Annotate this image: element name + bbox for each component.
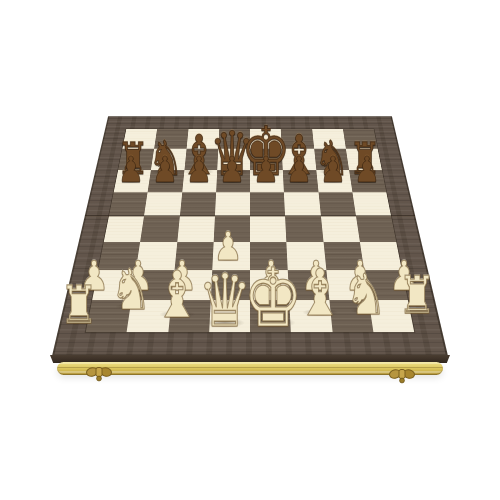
square-d4 xyxy=(213,216,250,242)
square-a5 xyxy=(109,192,148,216)
square-d2 xyxy=(211,270,250,300)
chess-board xyxy=(52,116,448,356)
square-e2 xyxy=(250,270,289,300)
square-f5 xyxy=(284,192,320,216)
square-a2 xyxy=(92,270,136,300)
square-f4 xyxy=(285,216,323,242)
square-b8 xyxy=(154,129,188,149)
square-h4 xyxy=(356,216,396,242)
fold-seam xyxy=(85,215,416,217)
square-c8 xyxy=(186,129,219,149)
square-c4 xyxy=(177,216,215,242)
square-g6 xyxy=(316,170,352,192)
chess-set-photo: ♜♞♝♛♚♝♞♜♟♟♟♟♟♟♟♟♟♟♟♟♟♟♟♟♜♞♝♛♚♝♞♜ xyxy=(0,0,500,500)
square-c1 xyxy=(168,300,211,332)
square-c7 xyxy=(184,149,218,170)
square-f7 xyxy=(282,149,316,170)
square-d3 xyxy=(212,242,250,270)
squares-grid xyxy=(85,129,416,333)
square-e8 xyxy=(250,129,282,149)
square-a4 xyxy=(104,216,144,242)
square-b6 xyxy=(148,170,184,192)
square-f8 xyxy=(281,129,314,149)
box-edge-strip xyxy=(57,362,443,375)
square-f2 xyxy=(288,270,329,300)
square-h8 xyxy=(343,129,378,149)
square-a6 xyxy=(114,170,151,192)
square-d8 xyxy=(218,129,250,149)
square-h3 xyxy=(360,242,402,270)
square-h7 xyxy=(346,149,382,170)
square-d7 xyxy=(217,149,250,170)
square-g3 xyxy=(323,242,364,270)
square-c6 xyxy=(182,170,217,192)
square-b1 xyxy=(127,300,171,332)
square-h2 xyxy=(364,270,408,300)
square-c3 xyxy=(174,242,213,270)
square-h6 xyxy=(349,170,386,192)
square-c2 xyxy=(171,270,212,300)
square-f3 xyxy=(287,242,326,270)
square-e7 xyxy=(250,149,283,170)
square-b3 xyxy=(136,242,177,270)
square-g1 xyxy=(329,300,373,332)
square-g2 xyxy=(326,270,368,300)
square-g8 xyxy=(312,129,346,149)
square-d1 xyxy=(209,300,250,332)
square-e4 xyxy=(250,216,287,242)
square-a3 xyxy=(98,242,140,270)
square-h5 xyxy=(352,192,391,216)
square-b7 xyxy=(151,149,186,170)
square-g4 xyxy=(321,216,360,242)
square-a7 xyxy=(118,149,154,170)
square-e3 xyxy=(250,242,288,270)
brass-latch-right xyxy=(389,366,415,384)
square-e5 xyxy=(250,192,285,216)
square-a1 xyxy=(86,300,132,332)
square-g7 xyxy=(314,149,349,170)
square-g5 xyxy=(318,192,356,216)
square-b5 xyxy=(144,192,182,216)
square-h1 xyxy=(368,300,414,332)
square-d6 xyxy=(216,170,250,192)
square-f1 xyxy=(289,300,332,332)
square-d5 xyxy=(215,192,250,216)
square-f6 xyxy=(283,170,318,192)
square-a8 xyxy=(122,129,157,149)
square-c5 xyxy=(179,192,215,216)
square-e1 xyxy=(250,300,291,332)
square-e6 xyxy=(250,170,284,192)
square-b4 xyxy=(140,216,179,242)
square-b2 xyxy=(132,270,174,300)
brass-latch-left xyxy=(86,364,112,382)
